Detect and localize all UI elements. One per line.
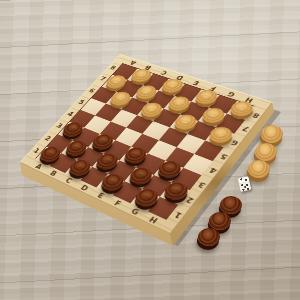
spare-checker-dark-3[interactable] [198,228,220,246]
spare-checker-light-1[interactable] [261,125,283,143]
spare-checker-light-3[interactable] [248,160,270,178]
spare-checker-light-2[interactable] [255,143,277,161]
spare-checker-dark-1[interactable] [220,196,242,214]
photo-scene: 8877665544332211AABBCCDDEEFFGGHH ⛀⛀⛀⛀⛀⛀⛀… [0,0,300,300]
spare-checker-dark-2[interactable] [209,212,231,230]
